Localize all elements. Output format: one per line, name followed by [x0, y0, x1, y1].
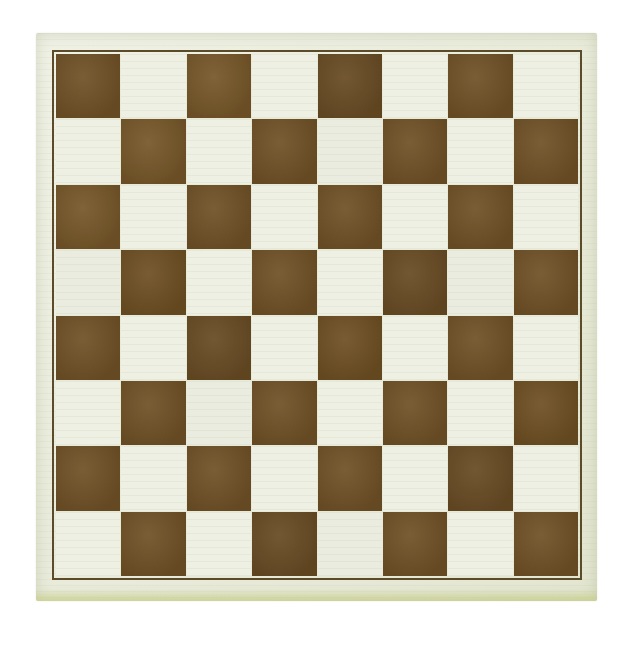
square-g7[interactable]	[448, 119, 512, 183]
square-h6[interactable]	[514, 185, 578, 249]
square-e2[interactable]	[318, 446, 382, 510]
square-e4[interactable]	[318, 316, 382, 380]
square-b3[interactable]	[121, 381, 185, 445]
square-c6[interactable]	[187, 185, 251, 249]
square-f6[interactable]	[383, 185, 447, 249]
square-b8[interactable]	[121, 54, 185, 118]
square-b5[interactable]	[121, 250, 185, 314]
square-d6[interactable]	[252, 185, 316, 249]
square-d4[interactable]	[252, 316, 316, 380]
square-h4[interactable]	[514, 316, 578, 380]
square-b7[interactable]	[121, 119, 185, 183]
square-c8[interactable]	[187, 54, 251, 118]
square-d1[interactable]	[252, 512, 316, 576]
square-h1[interactable]	[514, 512, 578, 576]
square-a5[interactable]	[56, 250, 120, 314]
square-a6[interactable]	[56, 185, 120, 249]
square-f2[interactable]	[383, 446, 447, 510]
square-c7[interactable]	[187, 119, 251, 183]
square-b1[interactable]	[121, 512, 185, 576]
square-f1[interactable]	[383, 512, 447, 576]
square-c5[interactable]	[187, 250, 251, 314]
square-h8[interactable]	[514, 54, 578, 118]
square-b2[interactable]	[121, 446, 185, 510]
square-g2[interactable]	[448, 446, 512, 510]
square-e5[interactable]	[318, 250, 382, 314]
square-g3[interactable]	[448, 381, 512, 445]
square-b6[interactable]	[121, 185, 185, 249]
chessboard	[36, 33, 597, 601]
square-g8[interactable]	[448, 54, 512, 118]
square-g1[interactable]	[448, 512, 512, 576]
square-e7[interactable]	[318, 119, 382, 183]
square-g5[interactable]	[448, 250, 512, 314]
square-g6[interactable]	[448, 185, 512, 249]
square-d7[interactable]	[252, 119, 316, 183]
square-h3[interactable]	[514, 381, 578, 445]
square-c2[interactable]	[187, 446, 251, 510]
square-c3[interactable]	[187, 381, 251, 445]
square-a4[interactable]	[56, 316, 120, 380]
board-frame-line	[52, 50, 582, 580]
square-f3[interactable]	[383, 381, 447, 445]
square-d2[interactable]	[252, 446, 316, 510]
board-photo	[0, 0, 642, 647]
square-g4[interactable]	[448, 316, 512, 380]
square-a3[interactable]	[56, 381, 120, 445]
square-f8[interactable]	[383, 54, 447, 118]
square-f4[interactable]	[383, 316, 447, 380]
board-grid	[56, 54, 578, 576]
square-e6[interactable]	[318, 185, 382, 249]
square-a1[interactable]	[56, 512, 120, 576]
square-f7[interactable]	[383, 119, 447, 183]
square-h2[interactable]	[514, 446, 578, 510]
square-d8[interactable]	[252, 54, 316, 118]
square-e1[interactable]	[318, 512, 382, 576]
square-c1[interactable]	[187, 512, 251, 576]
square-a8[interactable]	[56, 54, 120, 118]
square-b4[interactable]	[121, 316, 185, 380]
square-c4[interactable]	[187, 316, 251, 380]
square-h7[interactable]	[514, 119, 578, 183]
square-e8[interactable]	[318, 54, 382, 118]
square-a7[interactable]	[56, 119, 120, 183]
square-d5[interactable]	[252, 250, 316, 314]
square-e3[interactable]	[318, 381, 382, 445]
square-d3[interactable]	[252, 381, 316, 445]
square-h5[interactable]	[514, 250, 578, 314]
square-f5[interactable]	[383, 250, 447, 314]
square-a2[interactable]	[56, 446, 120, 510]
